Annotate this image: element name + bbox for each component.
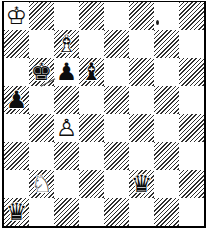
square-c6[interactable]: ♟♟ [54,58,79,86]
piece-glyph: ♟ [6,88,28,112]
piece-glyph: ♟ [56,60,78,84]
piece-glyph: ♔ [6,4,28,28]
square-a8[interactable]: ♚♔ [4,2,29,30]
square-h1[interactable] [179,198,204,226]
square-b5[interactable] [29,86,54,114]
square-c2[interactable] [54,170,79,198]
square-h4[interactable] [179,114,204,142]
square-e3[interactable] [104,142,129,170]
square-e1[interactable] [104,198,129,226]
square-h2[interactable] [179,170,204,198]
square-d6[interactable]: ♝♝ [79,58,104,86]
ink-dot [156,20,159,25]
square-g3[interactable] [154,142,179,170]
square-d3[interactable] [79,142,104,170]
square-g2[interactable] [154,170,179,198]
piece-halo: ♛ [6,200,28,224]
white-king: ♚♔ [4,2,29,30]
square-f1[interactable] [129,198,154,226]
square-c1[interactable] [54,198,79,226]
square-g7[interactable] [154,30,179,58]
white-knight: ♞♘ [29,170,54,198]
square-d8[interactable] [79,2,104,30]
square-c7[interactable]: ♝♗ [54,30,79,58]
square-f2[interactable]: ♛♛ [129,170,154,198]
white-pawn: ♟♙ [54,114,79,142]
scanned-chess-diagram: ♚♔♝♗♚♚♟♟♝♝♟♟♟♙♞♘♛♛♛♛ [0,0,207,228]
piece-glyph: ♗ [56,32,78,56]
square-b1[interactable] [29,198,54,226]
square-d2[interactable] [79,170,104,198]
square-h3[interactable] [179,142,204,170]
square-a7[interactable] [4,30,29,58]
square-a3[interactable] [4,142,29,170]
piece-glyph: ♘ [31,172,53,196]
square-g6[interactable] [154,58,179,86]
black-queen: ♛♛ [4,198,29,226]
square-b2[interactable]: ♞♘ [29,170,54,198]
piece-glyph: ♛ [131,172,153,196]
square-a4[interactable] [4,114,29,142]
square-e8[interactable] [104,2,129,30]
chess-board: ♚♔♝♗♚♚♟♟♝♝♟♟♟♙♞♘♛♛♛♛ [2,1,206,228]
piece-halo: ♛ [131,172,153,196]
black-pawn: ♟♟ [4,86,29,114]
piece-halo: ♟ [56,60,78,84]
square-g1[interactable] [154,198,179,226]
square-c4[interactable]: ♟♙ [54,114,79,142]
square-h7[interactable] [179,30,204,58]
square-h5[interactable] [179,86,204,114]
square-h8[interactable] [179,2,204,30]
square-a1[interactable]: ♛♛ [4,198,29,226]
square-e4[interactable] [104,114,129,142]
square-b7[interactable] [29,30,54,58]
square-b4[interactable] [29,114,54,142]
black-pawn: ♟♟ [54,58,79,86]
piece-glyph: ♝ [81,60,103,84]
black-queen: ♛♛ [129,170,154,198]
square-b3[interactable] [29,142,54,170]
square-d1[interactable] [79,198,104,226]
square-d7[interactable] [79,30,104,58]
square-a2[interactable] [4,170,29,198]
piece-halo: ♟ [6,88,28,112]
square-e7[interactable] [104,30,129,58]
square-c5[interactable] [54,86,79,114]
square-f4[interactable] [129,114,154,142]
square-f6[interactable] [129,58,154,86]
piece-halo: ♞ [31,172,53,196]
square-h6[interactable] [179,58,204,86]
piece-glyph: ♙ [56,116,78,140]
square-f7[interactable] [129,30,154,58]
black-bishop: ♝♝ [79,58,104,86]
square-e5[interactable] [104,86,129,114]
square-a5[interactable]: ♟♟ [4,86,29,114]
piece-glyph: ♛ [6,200,28,224]
piece-halo: ♝ [81,60,103,84]
square-a6[interactable] [4,58,29,86]
square-d4[interactable] [79,114,104,142]
square-c3[interactable] [54,142,79,170]
square-b8[interactable] [29,2,54,30]
square-f3[interactable] [129,142,154,170]
square-g4[interactable] [154,114,179,142]
square-e6[interactable] [104,58,129,86]
square-f5[interactable] [129,86,154,114]
square-g5[interactable] [154,86,179,114]
piece-halo: ♚ [6,4,28,28]
square-f8[interactable] [129,2,154,30]
square-c8[interactable] [54,2,79,30]
square-e2[interactable] [104,170,129,198]
square-g8[interactable] [154,2,179,30]
white-bishop: ♝♗ [54,30,79,58]
square-d5[interactable] [79,86,104,114]
piece-halo: ♟ [56,116,78,140]
piece-halo: ♝ [56,32,78,56]
